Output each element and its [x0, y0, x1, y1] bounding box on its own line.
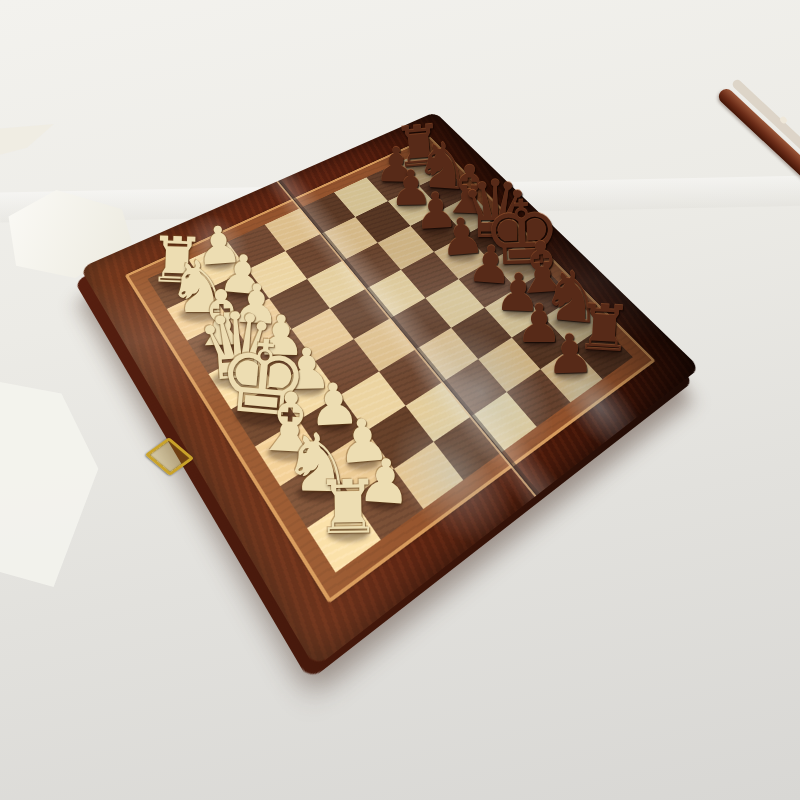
paper-on-floor: [0, 372, 104, 587]
paper-scrap-small: [0, 124, 54, 158]
product-photo-scene: ♜♞♝♛♚♝♞♜♟♟♟♟♟♟♟♟♟♟♟♟♟♟♟♟♜♞♝♛♚♝♞♜: [0, 0, 800, 800]
